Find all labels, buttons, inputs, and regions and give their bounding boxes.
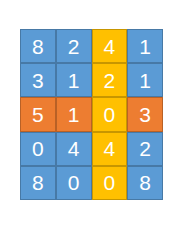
grid-cell-r3c4: 3 (127, 97, 163, 131)
grid-cell-r1c2: 2 (56, 29, 92, 63)
grid-cell-r2c3: 2 (92, 63, 128, 97)
grid-cell-r3c3: 0 (92, 97, 128, 131)
grid-cell-r3c2: 1 (56, 97, 92, 131)
grid-cell-r5c2: 0 (56, 166, 92, 200)
number-grid: 82413121510304428008 (20, 29, 163, 200)
grid-cell-r1c4: 1 (127, 29, 163, 63)
grid-cell-r1c1: 8 (20, 29, 56, 63)
grid-cell-r4c1: 0 (20, 132, 56, 166)
grid-cell-r3c1: 5 (20, 97, 56, 131)
grid-cell-r2c4: 1 (127, 63, 163, 97)
grid-cell-r4c2: 4 (56, 132, 92, 166)
grid-cell-r5c4: 8 (127, 166, 163, 200)
grid-cell-r1c3: 4 (92, 29, 128, 63)
grid-cell-r5c3: 0 (92, 166, 128, 200)
grid-cell-r5c1: 8 (20, 166, 56, 200)
grid-cell-r4c4: 2 (127, 132, 163, 166)
grid-cell-r4c3: 4 (92, 132, 128, 166)
page-background: 82413121510304428008 (0, 0, 182, 228)
grid-cell-r2c2: 1 (56, 63, 92, 97)
grid-cell-r2c1: 3 (20, 63, 56, 97)
